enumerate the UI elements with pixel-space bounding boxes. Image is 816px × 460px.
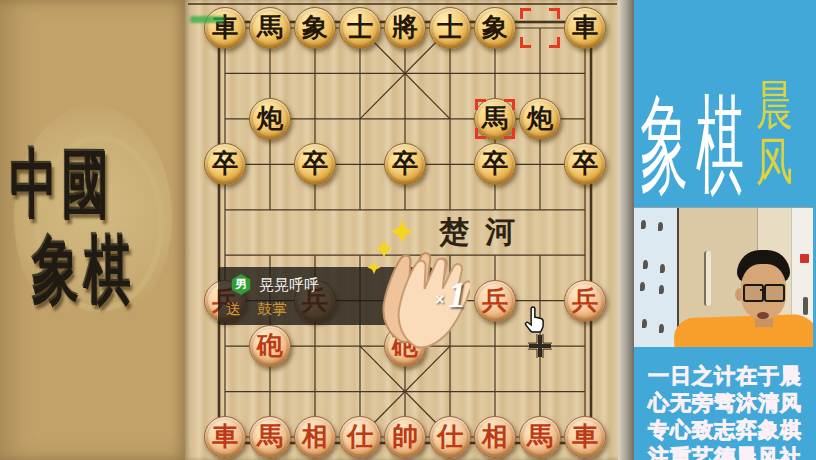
slogan-line-4: 注重艺德晨风社 (634, 443, 816, 460)
left-decor-panel: 中國 象棋 (0, 0, 185, 460)
gift-name-label: 鼓掌 (257, 300, 287, 319)
door-knob (643, 260, 648, 269)
logo-sub-char2: 风 (756, 133, 793, 190)
door-knob (640, 282, 645, 291)
fridge-magnet (800, 254, 809, 263)
chat-username: 晃晃呼呼 (259, 276, 319, 295)
slogan-line-3: 专心致志弈象棋 (634, 416, 816, 444)
last-move-to-marker (475, 99, 515, 139)
piece-black-advisor[interactable]: 士 (429, 7, 471, 49)
piece-black-advisor[interactable]: 士 (339, 7, 381, 49)
gift-count: 1 (448, 274, 466, 316)
glasses-bridge (760, 289, 765, 291)
logo-sub-char1: 晨 (756, 77, 793, 134)
piece-red-soldier[interactable]: 兵 (474, 280, 516, 322)
piece-red-advisor[interactable]: 仕 (339, 416, 381, 458)
channel-logo-sub: 晨风 (756, 78, 793, 190)
stream-watermark (190, 16, 224, 23)
piece-black-general[interactable]: 將 (384, 7, 426, 49)
origin-cross-marker (538, 335, 542, 357)
glasses-left-lens (743, 284, 764, 302)
webcam-video (634, 207, 813, 347)
channel-logo-main: 象棋 (640, 74, 752, 218)
hand-cursor (523, 305, 547, 333)
piece-red-rook[interactable]: 車 (204, 416, 246, 458)
piece-red-elephant[interactable]: 相 (294, 416, 336, 458)
piece-red-rook[interactable]: 車 (564, 416, 606, 458)
fridge-handle (803, 297, 808, 315)
piece-red-cannon[interactable]: 砲 (249, 325, 291, 367)
gift-times-symbol: × (435, 291, 444, 309)
slogan-line-1: 一日之计在于晨 (634, 362, 816, 390)
streamer-mouth (757, 312, 769, 319)
right-brand-panel: 象棋 晨风 (634, 0, 816, 460)
piece-red-general[interactable]: 帥 (384, 416, 426, 458)
gift-action-label: 送 (226, 300, 241, 319)
piece-red-advisor[interactable]: 仕 (429, 416, 471, 458)
door-knob (642, 319, 647, 328)
piece-black-elephant[interactable]: 象 (474, 7, 516, 49)
door-handle (704, 251, 711, 306)
piece-black-cannon[interactable]: 炮 (249, 98, 291, 140)
piece-red-elephant[interactable]: 相 (474, 416, 516, 458)
piece-black-horse[interactable]: 馬 (249, 7, 291, 49)
streamer-shirt (673, 313, 813, 347)
door-knob (641, 220, 646, 229)
door-knob (658, 222, 663, 231)
slogan-line-2: 心无旁骛沐清风 (634, 389, 816, 417)
door-knob (660, 264, 665, 273)
door-knob (659, 285, 664, 294)
piece-red-soldier[interactable]: 兵 (564, 280, 606, 322)
piece-red-horse[interactable]: 馬 (249, 416, 291, 458)
piece-black-rook[interactable]: 車 (564, 7, 606, 49)
piece-black-cannon[interactable]: 炮 (519, 98, 561, 140)
app-title-line2: 象棋 (32, 220, 135, 321)
stream-screen: 中國 象棋 楚河 漢界 車馬象士將士象車炮馬炮卒卒卒卒卒兵兵兵兵兵砲砲車馬相仕帥… (0, 0, 816, 460)
glasses-right-lens (764, 284, 785, 302)
last-move-from-marker (520, 8, 560, 48)
piece-red-horse[interactable]: 馬 (519, 416, 561, 458)
piece-black-elephant[interactable]: 象 (294, 7, 336, 49)
gender-badge: 男 (231, 274, 251, 295)
piece-black-rook[interactable]: 車 (204, 7, 246, 49)
board-outer-frame-line (188, 3, 617, 5)
panel-divider (618, 0, 634, 460)
door-knob (659, 324, 664, 333)
